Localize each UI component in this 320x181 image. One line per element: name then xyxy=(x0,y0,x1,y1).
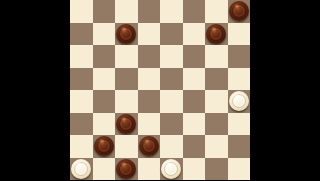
light-square xyxy=(228,113,251,136)
light-square xyxy=(183,68,206,91)
white-man-piece[interactable] xyxy=(71,159,91,179)
square-29[interactable] xyxy=(70,158,93,181)
light-square xyxy=(70,90,93,113)
square-20[interactable] xyxy=(228,90,251,113)
light-square xyxy=(93,68,116,91)
light-square xyxy=(160,135,183,158)
square-26[interactable] xyxy=(138,135,161,158)
light-square xyxy=(205,135,228,158)
black-man-piece[interactable] xyxy=(116,159,136,179)
square-7[interactable] xyxy=(160,23,183,46)
light-square xyxy=(138,23,161,46)
light-square xyxy=(228,158,251,181)
square-3[interactable] xyxy=(183,0,206,23)
square-4[interactable] xyxy=(228,0,251,23)
square-19[interactable] xyxy=(183,90,206,113)
app-background xyxy=(0,0,320,180)
light-square xyxy=(93,113,116,136)
light-square xyxy=(115,45,138,68)
light-square xyxy=(160,0,183,23)
light-square xyxy=(183,113,206,136)
square-10[interactable] xyxy=(138,45,161,68)
white-man-piece[interactable] xyxy=(161,159,181,179)
square-22[interactable] xyxy=(115,113,138,136)
square-15[interactable] xyxy=(160,68,183,91)
light-square xyxy=(183,23,206,46)
square-2[interactable] xyxy=(138,0,161,23)
light-square xyxy=(228,23,251,46)
square-32[interactable] xyxy=(205,158,228,181)
white-man-piece[interactable] xyxy=(229,91,249,111)
square-30[interactable] xyxy=(115,158,138,181)
square-1[interactable] xyxy=(93,0,116,23)
light-square xyxy=(160,45,183,68)
light-square xyxy=(93,158,116,181)
light-square xyxy=(183,158,206,181)
light-square xyxy=(115,135,138,158)
square-5[interactable] xyxy=(70,23,93,46)
black-man-piece[interactable] xyxy=(139,136,159,156)
light-square xyxy=(138,158,161,181)
square-14[interactable] xyxy=(115,68,138,91)
square-11[interactable] xyxy=(183,45,206,68)
black-man-piece[interactable] xyxy=(94,136,114,156)
light-square xyxy=(70,45,93,68)
square-23[interactable] xyxy=(160,113,183,136)
square-6[interactable] xyxy=(115,23,138,46)
light-square xyxy=(115,90,138,113)
light-square xyxy=(228,68,251,91)
light-square xyxy=(205,45,228,68)
light-square xyxy=(70,135,93,158)
square-16[interactable] xyxy=(205,68,228,91)
light-square xyxy=(138,68,161,91)
black-man-piece[interactable] xyxy=(116,114,136,134)
square-27[interactable] xyxy=(183,135,206,158)
square-12[interactable] xyxy=(228,45,251,68)
black-man-piece[interactable] xyxy=(206,24,226,44)
black-man-piece[interactable] xyxy=(116,24,136,44)
square-9[interactable] xyxy=(93,45,116,68)
light-square xyxy=(205,90,228,113)
light-square xyxy=(93,23,116,46)
square-8[interactable] xyxy=(205,23,228,46)
square-24[interactable] xyxy=(205,113,228,136)
square-25[interactable] xyxy=(93,135,116,158)
light-square xyxy=(160,90,183,113)
square-31[interactable] xyxy=(160,158,183,181)
square-18[interactable] xyxy=(138,90,161,113)
square-13[interactable] xyxy=(70,68,93,91)
square-28[interactable] xyxy=(228,135,251,158)
light-square xyxy=(70,0,93,23)
light-square xyxy=(138,113,161,136)
square-21[interactable] xyxy=(70,113,93,136)
black-man-piece[interactable] xyxy=(229,1,249,21)
square-17[interactable] xyxy=(93,90,116,113)
board xyxy=(70,0,250,180)
light-square xyxy=(115,0,138,23)
light-square xyxy=(205,0,228,23)
